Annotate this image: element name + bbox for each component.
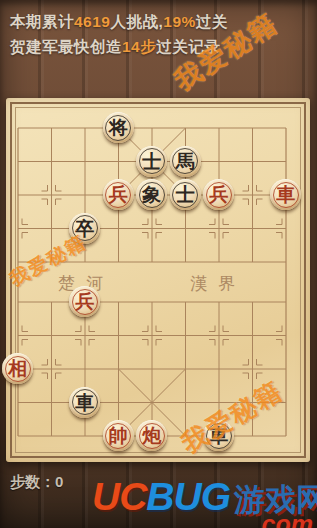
piece-black-horse[interactable]: 馬 bbox=[170, 146, 201, 177]
piece-character: 士 bbox=[176, 185, 195, 204]
piece-red-chariot[interactable]: 車 bbox=[270, 179, 301, 210]
challenge-stats: 本期累计4619人挑战,19%过关 贺建军最快创造14步过关记录 bbox=[10, 9, 228, 59]
ucbug-watermark-logo: UCBUG游戏网 .com bbox=[92, 477, 317, 528]
piece-character: 車 bbox=[276, 185, 295, 204]
piece-black-general[interactable]: 将 bbox=[103, 112, 134, 143]
piece-black-chariot[interactable]: 車 bbox=[203, 420, 234, 451]
piece-character: 車 bbox=[75, 392, 94, 411]
app-screen: { "game": "xiangqi", "header": { "line1"… bbox=[0, 0, 317, 528]
piece-layer: 将士馬兵象士兵車卒兵相車帥炮車 bbox=[1, 111, 303, 453]
piece-red-cannon[interactable]: 炮 bbox=[136, 420, 167, 451]
piece-character: 象 bbox=[142, 185, 161, 204]
piece-black-advisor[interactable]: 士 bbox=[170, 179, 201, 210]
piece-character: 士 bbox=[142, 151, 161, 170]
piece-red-elephant[interactable]: 相 bbox=[2, 353, 33, 384]
piece-character: 兵 bbox=[75, 292, 94, 311]
logo-bug: BUG bbox=[146, 477, 230, 516]
piece-black-chariot[interactable]: 車 bbox=[69, 387, 100, 418]
piece-character: 相 bbox=[8, 359, 27, 378]
pass-rate: 19% bbox=[163, 13, 196, 30]
piece-character: 将 bbox=[109, 118, 128, 137]
xiangqi-board[interactable]: 楚河 漢界 将士馬兵象士兵車卒兵相車帥炮車 bbox=[6, 98, 310, 462]
piece-red-soldier[interactable]: 兵 bbox=[69, 286, 100, 317]
piece-character: 帥 bbox=[109, 426, 128, 445]
piece-black-elephant[interactable]: 象 bbox=[136, 179, 167, 210]
piece-red-soldier[interactable]: 兵 bbox=[103, 179, 134, 210]
piece-character: 炮 bbox=[142, 426, 161, 445]
move-count-value: 0 bbox=[55, 473, 63, 490]
piece-red-soldier[interactable]: 兵 bbox=[203, 179, 234, 210]
stats-line1: 本期累计4619人挑战,19%过关 bbox=[10, 9, 228, 34]
piece-character: 卒 bbox=[75, 218, 94, 237]
piece-character: 兵 bbox=[209, 185, 228, 204]
piece-red-general[interactable]: 帥 bbox=[103, 420, 134, 451]
record-steps: 14步 bbox=[122, 38, 156, 55]
stats-line2: 贺建军最快创造14步过关记录 bbox=[10, 34, 228, 59]
piece-black-soldier[interactable]: 卒 bbox=[69, 213, 100, 244]
piece-character: 車 bbox=[209, 426, 228, 445]
move-counter: 步数：0 bbox=[10, 473, 63, 492]
piece-black-advisor[interactable]: 士 bbox=[136, 146, 167, 177]
logo-uc: UC bbox=[92, 477, 146, 516]
piece-character: 兵 bbox=[109, 185, 128, 204]
challenger-count: 4619 bbox=[74, 13, 110, 30]
piece-character: 馬 bbox=[176, 151, 195, 170]
